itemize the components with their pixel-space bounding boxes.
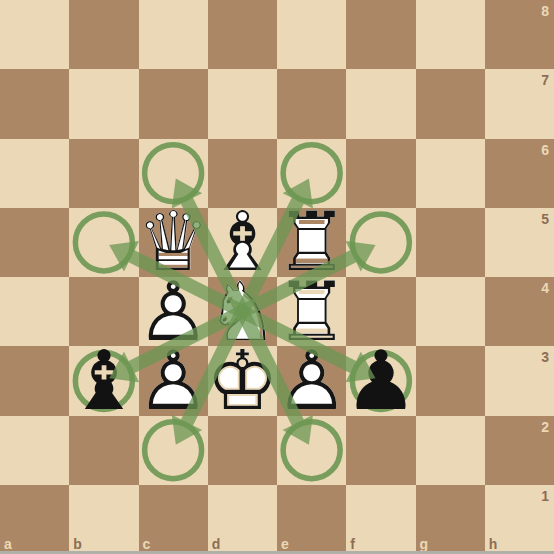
piece-black-pawn-f3[interactable]: ♟ — [346, 346, 415, 415]
black-pawn-icon: ♟ — [346, 346, 415, 415]
piece-black-bishop-b3[interactable]: ♝ — [69, 346, 138, 415]
piece-white-pawn-c3[interactable]: ♟♙ — [139, 346, 208, 415]
pieces-layer: ♛♕♝♗♜♖♟♙♞♘♜♖♝♟♙♚♔♟♙♟ — [0, 0, 554, 554]
white-pawn-icon: ♙ — [277, 346, 346, 415]
black-bishop-icon: ♝ — [69, 346, 138, 415]
piece-white-pawn-e3[interactable]: ♟♙ — [277, 346, 346, 415]
white-pawn-icon: ♙ — [139, 346, 208, 415]
chess-board-container: 8765432abcdefgh1 ♛♕♝♗♜♖♟♙♞♘♜♖♝♟♙♚♔♟♙♟ — [0, 0, 554, 554]
piece-white-king-d3[interactable]: ♚♔ — [208, 346, 277, 415]
white-king-icon: ♔ — [208, 346, 277, 415]
